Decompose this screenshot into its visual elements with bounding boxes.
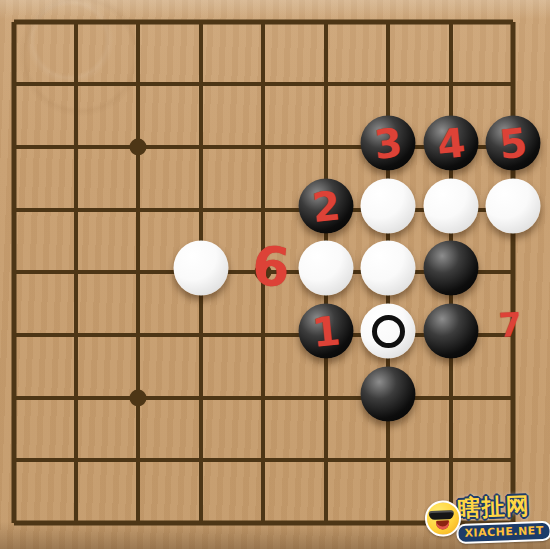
grid-line-vertical <box>449 22 453 53</box>
board-intersection[interactable]: 1 <box>295 304 357 367</box>
board-intersection[interactable] <box>232 116 294 179</box>
grid-line-vertical <box>11 304 16 367</box>
move-number-label: 5 <box>483 113 543 173</box>
board-intersection[interactable] <box>295 116 357 179</box>
grid-line-horizontal <box>14 208 45 212</box>
white-stone <box>298 241 353 296</box>
board-intersection[interactable] <box>232 304 294 367</box>
white-stone <box>361 304 416 359</box>
grid-line-vertical <box>199 22 203 53</box>
grid-line-vertical <box>449 53 453 116</box>
board-intersection[interactable] <box>107 0 169 53</box>
grid-line-vertical <box>74 22 78 53</box>
board-intersection[interactable] <box>419 178 481 241</box>
board-intersection[interactable] <box>357 492 419 549</box>
board-intersection[interactable] <box>170 178 232 241</box>
white-stone <box>423 178 478 233</box>
white-stone <box>361 178 416 233</box>
board-intersection[interactable] <box>170 429 232 492</box>
board-intersection[interactable]: 7 <box>482 304 544 367</box>
grid-line-vertical <box>11 492 16 523</box>
board-intersection[interactable]: 5 <box>482 116 544 179</box>
sunglasses-icon <box>429 510 454 520</box>
grid-line-vertical <box>386 429 390 492</box>
board-intersection[interactable] <box>45 116 107 179</box>
black-stone <box>361 366 416 421</box>
board-intersection[interactable] <box>45 0 107 53</box>
board-intersection[interactable] <box>107 304 169 367</box>
grid-line-vertical <box>324 53 328 116</box>
grid-line-horizontal <box>14 19 45 24</box>
grid-line-vertical <box>199 429 203 492</box>
grid-line-horizontal <box>14 145 45 149</box>
board-intersection[interactable] <box>419 241 481 304</box>
board-intersection[interactable] <box>170 304 232 367</box>
grid-line-vertical <box>74 304 78 367</box>
grid-line-vertical <box>136 22 140 53</box>
grid-line-vertical <box>511 241 516 304</box>
board-intersection[interactable] <box>295 0 357 53</box>
board-intersection[interactable] <box>232 492 294 549</box>
board-intersection[interactable] <box>232 53 294 116</box>
grid-line-vertical <box>199 366 203 429</box>
grid-line-vertical <box>74 366 78 429</box>
board-intersection[interactable] <box>107 241 169 304</box>
grid-line-vertical <box>11 366 16 429</box>
grid-line-vertical <box>11 53 16 116</box>
board-intersection[interactable] <box>107 366 169 429</box>
board-intersection[interactable] <box>0 304 45 367</box>
board-intersection[interactable] <box>45 304 107 367</box>
grid-line-vertical <box>11 22 16 53</box>
board-intersection[interactable] <box>107 116 169 179</box>
board-intersection[interactable] <box>0 429 45 492</box>
black-stone: 2 <box>298 178 353 233</box>
board-intersection[interactable] <box>232 366 294 429</box>
grid-line-vertical <box>74 492 78 523</box>
board-intersection[interactable] <box>357 304 419 367</box>
grid-line-horizontal <box>482 458 513 462</box>
grid-line-vertical <box>74 178 78 241</box>
grid-line-vertical <box>261 116 265 179</box>
board-intersection[interactable] <box>482 0 544 53</box>
star-point <box>130 389 147 406</box>
black-stone: 3 <box>361 116 416 171</box>
grid-line-vertical <box>261 492 265 523</box>
board-intersection[interactable] <box>170 0 232 53</box>
board-intersection[interactable] <box>419 366 481 429</box>
grid-line-vertical <box>324 22 328 53</box>
grid-line-horizontal <box>482 82 513 86</box>
board-intersection[interactable] <box>0 116 45 179</box>
board-intersection[interactable]: 4 <box>419 116 481 179</box>
grid-line-vertical <box>261 366 265 429</box>
grid-line-horizontal <box>14 520 45 525</box>
board-intersection[interactable] <box>419 53 481 116</box>
board-intersection[interactable] <box>107 492 169 549</box>
move-number-annotation: 7 <box>498 305 523 345</box>
grid-line-vertical <box>511 366 516 429</box>
grid-line-vertical <box>261 429 265 492</box>
white-stone <box>361 241 416 296</box>
board-intersection[interactable] <box>170 366 232 429</box>
grid-line-vertical <box>449 429 453 492</box>
board-intersection[interactable] <box>45 429 107 492</box>
board-intersection[interactable] <box>232 178 294 241</box>
grid-line-vertical <box>136 304 140 367</box>
board-intersection[interactable] <box>232 429 294 492</box>
grid-line-vertical <box>511 429 516 492</box>
grid-line-vertical <box>199 178 203 241</box>
grid-line-vertical <box>136 53 140 116</box>
grid-line-vertical <box>511 22 516 53</box>
board-intersection[interactable] <box>295 492 357 549</box>
board-intersection[interactable] <box>482 366 544 429</box>
board-intersection[interactable] <box>357 0 419 53</box>
white-stone <box>486 178 541 233</box>
grid-line-vertical <box>324 492 328 523</box>
grid-line-vertical <box>74 116 78 179</box>
grid-line-vertical <box>136 178 140 241</box>
board-intersection[interactable] <box>482 53 544 116</box>
board-intersection[interactable] <box>170 53 232 116</box>
board-intersection[interactable] <box>107 429 169 492</box>
grid-line-vertical <box>386 53 390 116</box>
grid-line-vertical <box>386 492 390 523</box>
board-intersection[interactable] <box>170 492 232 549</box>
black-stone: 1 <box>298 304 353 359</box>
grid-line-vertical <box>386 22 390 53</box>
board-intersection[interactable] <box>357 429 419 492</box>
board-intersection[interactable] <box>107 53 169 116</box>
grid-line-vertical <box>74 53 78 116</box>
board-intersection[interactable] <box>232 0 294 53</box>
board-intersection[interactable] <box>357 53 419 116</box>
move-number-annotation: 6 <box>250 234 293 300</box>
move-number-label: 4 <box>420 113 480 173</box>
grid-line-vertical <box>11 178 16 241</box>
board-intersection[interactable] <box>482 429 544 492</box>
board-intersection[interactable] <box>170 241 232 304</box>
grid-line-vertical <box>199 492 203 523</box>
watermark-site-name: 瞎扯网 <box>457 493 530 521</box>
board-intersection[interactable] <box>45 241 107 304</box>
grid-line-vertical <box>74 241 78 304</box>
grid-line-horizontal <box>482 396 513 400</box>
board-intersection[interactable] <box>357 241 419 304</box>
move-number-label: 2 <box>295 175 355 235</box>
board-intersection[interactable] <box>482 241 544 304</box>
grid-line-horizontal <box>14 458 45 462</box>
grid-line-vertical <box>261 53 265 116</box>
move-number-label: 1 <box>295 301 355 361</box>
go-puzzle-screenshot: 3452617 瞎扯网 XIACHE.NET <box>0 0 550 549</box>
board-intersection[interactable] <box>45 366 107 429</box>
circle-marker <box>372 315 405 348</box>
grid-line-vertical <box>136 429 140 492</box>
black-stone: 5 <box>486 116 541 171</box>
board-intersection[interactable] <box>295 429 357 492</box>
grid-line-vertical <box>199 116 203 179</box>
board-intersection[interactable] <box>357 178 419 241</box>
board-intersection[interactable] <box>419 304 481 367</box>
board-intersection[interactable] <box>295 53 357 116</box>
board-intersection[interactable] <box>419 429 481 492</box>
grid-line-vertical <box>74 429 78 492</box>
go-board: 3452617 <box>0 0 544 549</box>
grid-line-vertical <box>261 304 265 367</box>
grid-line-vertical <box>261 178 265 241</box>
grid-line-horizontal <box>482 270 513 274</box>
board-intersection[interactable] <box>295 241 357 304</box>
board-intersection[interactable]: 2 <box>295 178 357 241</box>
grid-line-horizontal <box>14 270 45 274</box>
star-point <box>130 139 147 156</box>
watermark-site-url: XIACHE.NET <box>456 521 550 545</box>
board-intersection[interactable] <box>45 53 107 116</box>
board-intersection[interactable]: 6 <box>232 241 294 304</box>
move-number-label: 3 <box>358 113 418 173</box>
board-intersection[interactable] <box>0 53 45 116</box>
grid-line-vertical <box>324 366 328 429</box>
grid-line-horizontal <box>14 396 45 400</box>
grid-line-vertical <box>449 366 453 429</box>
board-intersection[interactable] <box>419 0 481 53</box>
board-intersection[interactable] <box>45 178 107 241</box>
grid-line-vertical <box>324 116 328 179</box>
grid-line-vertical <box>199 304 203 367</box>
board-intersection[interactable] <box>107 178 169 241</box>
board-intersection[interactable] <box>0 492 45 549</box>
grid-line-horizontal <box>482 19 513 24</box>
xiache-watermark[interactable]: 瞎扯网 XIACHE.NET <box>424 490 548 546</box>
grid-line-horizontal <box>14 333 45 337</box>
grid-line-vertical <box>261 22 265 53</box>
grid-line-vertical <box>136 241 140 304</box>
grid-line-vertical <box>11 241 16 304</box>
grid-line-horizontal <box>14 82 45 86</box>
board-intersection[interactable] <box>45 492 107 549</box>
grid-line-vertical <box>11 116 16 179</box>
board-intersection[interactable] <box>0 178 45 241</box>
board-intersection[interactable] <box>295 366 357 429</box>
grid-line-vertical <box>11 429 16 492</box>
board-intersection[interactable] <box>482 178 544 241</box>
board-intersection[interactable] <box>0 366 45 429</box>
white-stone <box>173 241 228 296</box>
black-stone <box>423 241 478 296</box>
board-intersection[interactable] <box>0 241 45 304</box>
board-intersection[interactable] <box>357 366 419 429</box>
black-stone: 4 <box>423 116 478 171</box>
grid-line-vertical <box>511 53 516 116</box>
laughing-mouth-icon <box>436 520 449 529</box>
board-intersection[interactable]: 3 <box>357 116 419 179</box>
grid-line-vertical <box>136 492 140 523</box>
grid-line-vertical <box>199 53 203 116</box>
black-stone <box>423 304 478 359</box>
board-intersection[interactable] <box>0 0 45 53</box>
grid-line-vertical <box>324 429 328 492</box>
board-intersection[interactable] <box>170 116 232 179</box>
